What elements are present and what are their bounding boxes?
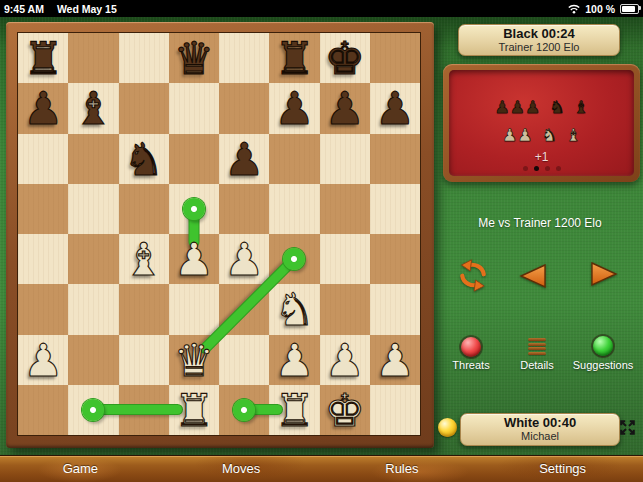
status-bar: 9:45 AM Wed May 15 100 %	[0, 0, 643, 17]
piece-white-king-g1[interactable]: ♚	[320, 385, 370, 435]
white-clock: White 00:40	[461, 415, 619, 430]
threats-button[interactable]	[461, 337, 481, 357]
bottom-toolbar: GameMovesRulesSettings	[0, 455, 643, 482]
details-button[interactable]	[528, 338, 546, 355]
toolbar-tab-game[interactable]: Game	[0, 456, 161, 482]
captured-black-bishop: ♝	[573, 97, 588, 117]
status-date: Wed May 15	[57, 3, 117, 15]
battery-percent: 100 %	[585, 3, 615, 15]
piece-black-queen-d8[interactable]: ♛	[169, 33, 219, 83]
piece-black-rook-a8[interactable]: ♜	[18, 33, 68, 83]
piece-white-pawn-f2[interactable]: ♟	[269, 335, 319, 385]
piece-white-knight-f3[interactable]: ♞	[269, 284, 319, 334]
piece-white-queen-d2[interactable]: ♛	[169, 335, 219, 385]
piece-white-pawn-e4[interactable]: ♟	[219, 234, 269, 284]
wifi-icon	[568, 4, 580, 14]
piece-black-bishop-b7[interactable]: ♝	[68, 83, 118, 133]
captured-pieces-tray[interactable]: ♟♟♟♞♝ ♟♟♞♝ +1	[443, 64, 640, 182]
piece-black-knight-c6[interactable]: ♞	[119, 134, 169, 184]
piece-white-pawn-h2[interactable]: ♟	[370, 335, 420, 385]
back-move-button[interactable]	[518, 263, 548, 289]
threats-label: Threats	[441, 359, 501, 371]
piece-black-pawn-f7[interactable]: ♟	[269, 83, 319, 133]
match-label: Me vs Trainer 1200 Elo	[440, 216, 640, 230]
piece-white-pawn-g2[interactable]: ♟	[320, 335, 370, 385]
captured-black-row: ♟♟♟♞♝	[494, 97, 588, 117]
toolbar-tab-moves[interactable]: Moves	[161, 456, 322, 482]
captured-black-pawn: ♟	[510, 97, 525, 117]
chess-board: ♜♛♜♚♟♝♟♟♟♞♟♝♟♟♞♟♛♟♟♟♜♜♚	[6, 22, 434, 448]
piece-black-pawn-e6[interactable]: ♟	[219, 134, 269, 184]
captured-black-pawn: ♟	[494, 97, 509, 117]
material-advantage: +1	[535, 150, 549, 164]
captured-black-pawn: ♟	[525, 97, 540, 117]
piece-white-rook-f1[interactable]: ♜	[269, 385, 319, 435]
toolbar-tab-rules[interactable]: Rules	[322, 456, 483, 482]
suggestions-button[interactable]	[593, 336, 613, 356]
rotate-board-button[interactable]	[455, 259, 491, 293]
app-screen: 9:45 AM Wed May 15 100 % ♜♛♜♚♟♝♟♟♟♞♟♝♟♟♞…	[0, 0, 643, 482]
black-clock-plaque: Black 00:24 Trainer 1200 Elo	[458, 24, 620, 56]
pieces-layer: ♜♛♜♚♟♝♟♟♟♞♟♝♟♟♞♟♛♟♟♟♜♜♚	[18, 33, 420, 435]
piece-white-pawn-d4[interactable]: ♟	[169, 234, 219, 284]
captured-white-pawn: ♟	[517, 125, 532, 145]
tray-page-dot-2[interactable]	[534, 166, 539, 171]
piece-white-pawn-a2[interactable]: ♟	[18, 335, 68, 385]
captured-black-knight: ♞	[549, 97, 564, 117]
tray-page-dots[interactable]	[449, 166, 634, 171]
piece-black-pawn-a7[interactable]: ♟	[18, 83, 68, 133]
battery-icon	[620, 4, 639, 14]
tray-page-dot-1[interactable]	[523, 166, 528, 171]
suggestions-label: Suggestions	[568, 359, 638, 371]
captured-white-bishop: ♝	[566, 125, 581, 145]
tray-page-dot-3[interactable]	[545, 166, 550, 171]
status-time: 9:45 AM	[4, 3, 44, 15]
piece-white-bishop-c4[interactable]: ♝	[119, 234, 169, 284]
black-player-name: Trainer 1200 Elo	[459, 41, 619, 53]
forward-move-button[interactable]	[589, 261, 619, 287]
piece-black-king-g8[interactable]: ♚	[320, 33, 370, 83]
black-clock: Black 00:24	[459, 26, 619, 41]
captured-white-row: ♟♟♞♝	[502, 125, 581, 145]
piece-black-pawn-h7[interactable]: ♟	[370, 83, 420, 133]
piece-black-pawn-g7[interactable]: ♟	[320, 83, 370, 133]
captured-white-pawn: ♟	[502, 125, 517, 145]
piece-white-rook-d1[interactable]: ♜	[169, 385, 219, 435]
piece-black-rook-f8[interactable]: ♜	[269, 33, 319, 83]
white-player-name: Michael	[461, 430, 619, 442]
details-label: Details	[507, 359, 567, 371]
fullscreen-expand-icon[interactable]	[619, 419, 636, 436]
white-clock-plaque: White 00:40 Michael	[460, 413, 620, 446]
captured-white-knight: ♞	[542, 125, 557, 145]
tray-page-dot-4[interactable]	[556, 166, 561, 171]
toolbar-tab-settings[interactable]: Settings	[482, 456, 643, 482]
turn-indicator-dot	[438, 418, 457, 437]
